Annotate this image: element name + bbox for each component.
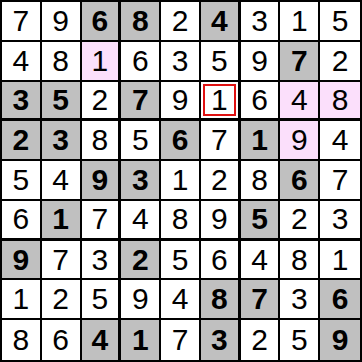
cell-r8c9[interactable]: 6 [320,280,360,320]
cell-r9c7[interactable]: 2 [241,320,281,360]
cell-r5c9[interactable]: 7 [320,161,360,201]
cell-r7c6[interactable]: 6 [201,241,241,281]
cell-r3c3[interactable]: 2 [82,82,122,122]
cell-r6c4[interactable]: 4 [121,201,161,241]
cell-r9c4[interactable]: 1 [121,320,161,360]
cell-r9c2[interactable]: 6 [42,320,82,360]
cell-r7c3[interactable]: 3 [82,241,122,281]
cell-r5c5[interactable]: 1 [161,161,201,201]
cell-r1c7[interactable]: 3 [241,2,281,42]
cell-r6c1[interactable]: 6 [2,201,42,241]
cell-r9c1[interactable]: 8 [2,320,42,360]
cell-r1c9[interactable]: 5 [320,2,360,42]
cell-r3c4[interactable]: 7 [121,82,161,122]
cell-r4c9[interactable]: 4 [320,121,360,161]
cell-r2c1[interactable]: 4 [2,42,42,82]
cell-r1c2[interactable]: 9 [42,2,82,42]
cell-r2c3[interactable]: 1 [82,42,122,82]
cell-r3c6[interactable]: 1 [201,82,241,122]
cell-r7c2[interactable]: 7 [42,241,82,281]
cell-r4c1[interactable]: 2 [2,121,42,161]
cell-r2c9[interactable]: 2 [320,42,360,82]
cell-r8c3[interactable]: 5 [82,280,122,320]
cell-r7c5[interactable]: 5 [161,241,201,281]
cell-r1c6[interactable]: 4 [201,2,241,42]
cell-r8c1[interactable]: 1 [2,280,42,320]
cell-r8c6[interactable]: 8 [201,280,241,320]
cell-r3c9[interactable]: 8 [320,82,360,122]
cell-r6c5[interactable]: 8 [161,201,201,241]
cell-r2c6[interactable]: 5 [201,42,241,82]
cell-r8c2[interactable]: 2 [42,280,82,320]
cell-r4c6[interactable]: 7 [201,121,241,161]
cell-r3c5[interactable]: 9 [161,82,201,122]
cell-r6c2[interactable]: 1 [42,201,82,241]
cell-r4c5[interactable]: 6 [161,121,201,161]
cell-r4c2[interactable]: 3 [42,121,82,161]
cell-r9c8[interactable]: 5 [280,320,320,360]
cell-r9c6[interactable]: 3 [201,320,241,360]
cell-r3c1[interactable]: 3 [2,82,42,122]
cell-r5c2[interactable]: 4 [42,161,82,201]
cell-r6c3[interactable]: 7 [82,201,122,241]
cell-r5c6[interactable]: 2 [201,161,241,201]
cell-r4c4[interactable]: 5 [121,121,161,161]
cell-r4c7[interactable]: 1 [241,121,281,161]
cell-r2c4[interactable]: 6 [121,42,161,82]
cell-r8c4[interactable]: 9 [121,280,161,320]
cell-r6c9[interactable]: 3 [320,201,360,241]
cell-r3c7[interactable]: 6 [241,82,281,122]
cell-r7c7[interactable]: 4 [241,241,281,281]
cell-r1c4[interactable]: 8 [121,2,161,42]
cell-r1c1[interactable]: 7 [2,2,42,42]
cell-r6c6[interactable]: 9 [201,201,241,241]
cell-r3c8[interactable]: 4 [280,82,320,122]
cell-r1c8[interactable]: 1 [280,2,320,42]
cell-r2c8[interactable]: 7 [280,42,320,82]
sudoku-board: 7968243154816359723527916482385671945493… [0,0,362,362]
cell-r7c9[interactable]: 1 [320,241,360,281]
cell-r6c8[interactable]: 2 [280,201,320,241]
cell-r3c2[interactable]: 5 [42,82,82,122]
cell-r5c1[interactable]: 5 [2,161,42,201]
cell-r8c7[interactable]: 7 [241,280,281,320]
cell-r4c3[interactable]: 8 [82,121,122,161]
cell-r7c4[interactable]: 2 [121,241,161,281]
cell-r6c7[interactable]: 5 [241,201,281,241]
cell-r4c8[interactable]: 9 [280,121,320,161]
cell-r5c8[interactable]: 6 [280,161,320,201]
cell-r7c8[interactable]: 8 [280,241,320,281]
cell-r9c5[interactable]: 7 [161,320,201,360]
cell-r7c1[interactable]: 9 [2,241,42,281]
cell-r2c2[interactable]: 8 [42,42,82,82]
cell-r5c7[interactable]: 8 [241,161,281,201]
cell-r1c5[interactable]: 2 [161,2,201,42]
cell-r1c3[interactable]: 6 [82,2,122,42]
cell-r2c5[interactable]: 3 [161,42,201,82]
cell-r5c4[interactable]: 3 [121,161,161,201]
cell-r9c3[interactable]: 4 [82,320,122,360]
cell-r5c3[interactable]: 9 [82,161,122,201]
cell-r8c8[interactable]: 3 [280,280,320,320]
cell-r8c5[interactable]: 4 [161,280,201,320]
cell-r9c9[interactable]: 9 [320,320,360,360]
cell-r2c7[interactable]: 9 [241,42,281,82]
